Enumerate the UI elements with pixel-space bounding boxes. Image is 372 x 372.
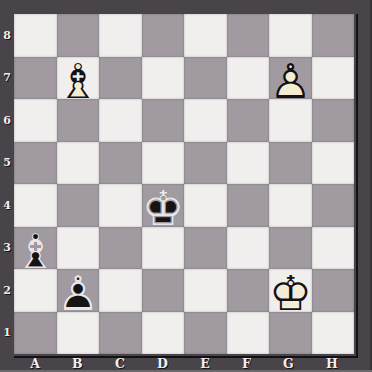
square-d1[interactable] [142, 312, 185, 355]
square-e2[interactable] [184, 269, 227, 312]
square-d6[interactable] [142, 99, 185, 142]
square-d3[interactable] [142, 227, 185, 270]
square-h2[interactable] [312, 269, 355, 312]
square-b5[interactable] [57, 142, 100, 185]
square-d8[interactable] [142, 14, 185, 57]
square-d4[interactable]: ♚♔ [142, 184, 185, 227]
square-h1[interactable] [312, 312, 355, 355]
square-f7[interactable] [227, 57, 270, 100]
square-d2[interactable] [142, 269, 185, 312]
square-h4[interactable] [312, 184, 355, 227]
square-e7[interactable] [184, 57, 227, 100]
piece-black-pawn-b2[interactable]: ♟♙ [57, 269, 100, 312]
square-g3[interactable] [269, 227, 312, 270]
square-d5[interactable] [142, 142, 185, 185]
square-h3[interactable] [312, 227, 355, 270]
square-a7[interactable] [14, 57, 57, 100]
square-h5[interactable] [312, 142, 355, 185]
white-king-outline-glyph: ♔ [269, 269, 312, 317]
square-h6[interactable] [312, 99, 355, 142]
square-e4[interactable] [184, 184, 227, 227]
black-pawn-outline-glyph: ♙ [57, 269, 100, 317]
square-b1[interactable] [57, 312, 100, 355]
square-e5[interactable] [184, 142, 227, 185]
chess-board: ♝♗♟♙♚♔♝♗♟♙♚♔ [14, 14, 358, 358]
piece-white-pawn-g7[interactable]: ♟♙ [269, 57, 312, 100]
square-f4[interactable] [227, 184, 270, 227]
piece-white-king-g2[interactable]: ♚♔ [269, 269, 312, 312]
piece-white-bishop-b7[interactable]: ♝♗ [57, 57, 100, 100]
square-f1[interactable] [227, 312, 270, 355]
square-b6[interactable] [57, 99, 100, 142]
white-pawn-outline-glyph: ♙ [269, 57, 312, 105]
square-f3[interactable] [227, 227, 270, 270]
square-b8[interactable] [57, 14, 100, 57]
square-g8[interactable] [269, 14, 312, 57]
rank-label-1: 1 [0, 312, 14, 355]
square-g4[interactable] [269, 184, 312, 227]
square-a4[interactable] [14, 184, 57, 227]
square-c6[interactable] [99, 99, 142, 142]
square-g2[interactable]: ♚♔ [269, 269, 312, 312]
square-g5[interactable] [269, 142, 312, 185]
square-g6[interactable] [269, 99, 312, 142]
square-b3[interactable] [57, 227, 100, 270]
square-f5[interactable] [227, 142, 270, 185]
square-a8[interactable] [14, 14, 57, 57]
square-c4[interactable] [99, 184, 142, 227]
square-f8[interactable] [227, 14, 270, 57]
square-b2[interactable]: ♟♙ [57, 269, 100, 312]
square-c5[interactable] [99, 142, 142, 185]
square-e8[interactable] [184, 14, 227, 57]
piece-black-bishop-a3[interactable]: ♝♗ [14, 227, 57, 270]
square-a5[interactable] [14, 142, 57, 185]
rank-labels: 87654321 [0, 14, 14, 354]
square-c2[interactable] [99, 269, 142, 312]
rank-label-4: 4 [0, 184, 14, 227]
square-f2[interactable] [227, 269, 270, 312]
square-f6[interactable] [227, 99, 270, 142]
black-bishop-outline-glyph: ♗ [14, 227, 57, 275]
square-a6[interactable] [14, 99, 57, 142]
square-b7[interactable]: ♝♗ [57, 57, 100, 100]
square-g7[interactable]: ♟♙ [269, 57, 312, 100]
rank-label-3: 3 [0, 227, 14, 270]
rank-label-6: 6 [0, 99, 14, 142]
square-h8[interactable] [312, 14, 355, 57]
square-g1[interactable] [269, 312, 312, 355]
piece-black-king-d4[interactable]: ♚♔ [142, 184, 185, 227]
square-e3[interactable] [184, 227, 227, 270]
rank-label-8: 8 [0, 14, 14, 57]
rank-label-5: 5 [0, 142, 14, 185]
rank-label-2: 2 [0, 269, 14, 312]
square-d7[interactable] [142, 57, 185, 100]
square-c1[interactable] [99, 312, 142, 355]
square-c3[interactable] [99, 227, 142, 270]
square-a1[interactable] [14, 312, 57, 355]
square-c8[interactable] [99, 14, 142, 57]
chess-diagram: 87654321 ABCDEFGH ♝♗♟♙♚♔♝♗♟♙♚♔ [0, 0, 372, 372]
black-king-outline-glyph: ♔ [142, 184, 185, 232]
square-a3[interactable]: ♝♗ [14, 227, 57, 270]
square-a2[interactable] [14, 269, 57, 312]
white-bishop-outline-glyph: ♗ [57, 57, 100, 105]
square-b4[interactable] [57, 184, 100, 227]
square-c7[interactable] [99, 57, 142, 100]
rank-label-7: 7 [0, 57, 14, 100]
square-e6[interactable] [184, 99, 227, 142]
square-h7[interactable] [312, 57, 355, 100]
square-e1[interactable] [184, 312, 227, 355]
